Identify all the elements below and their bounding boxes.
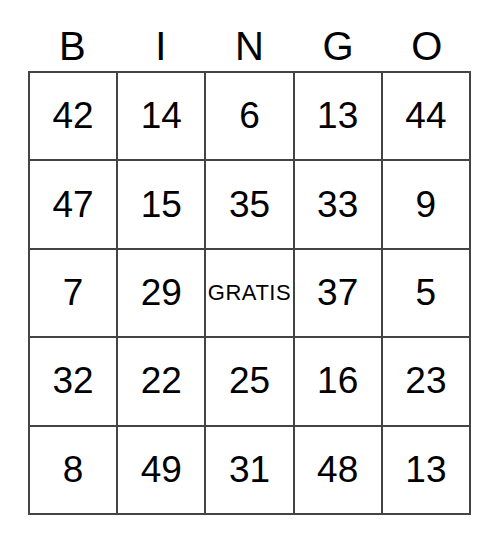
cell-r5-c2[interactable]: 49 (117, 426, 205, 514)
cell-r1-c1[interactable]: 42 (29, 72, 117, 160)
bingo-grid: 42 14 6 13 44 47 15 35 33 9 7 29 GRATIS … (28, 71, 471, 515)
bingo-header: B I N G O (28, 0, 471, 71)
cell-r5-c4[interactable]: 48 (294, 426, 382, 514)
cell-r2-c1[interactable]: 47 (29, 160, 117, 248)
header-letter-b: B (28, 26, 117, 71)
cell-r5-c5[interactable]: 13 (382, 426, 470, 514)
cell-r4-c5[interactable]: 23 (382, 337, 470, 425)
cell-r1-c2[interactable]: 14 (117, 72, 205, 160)
cell-r1-c5[interactable]: 44 (382, 72, 470, 160)
cell-r4-c3[interactable]: 25 (205, 337, 293, 425)
cell-r3-c1[interactable]: 7 (29, 249, 117, 337)
free-space-cell[interactable]: GRATIS (205, 249, 293, 337)
cell-r3-c2[interactable]: 29 (117, 249, 205, 337)
bingo-card: B I N G O 42 14 6 13 44 47 15 35 33 9 7 … (28, 0, 471, 515)
cell-r2-c4[interactable]: 33 (294, 160, 382, 248)
header-letter-i: I (117, 26, 206, 71)
cell-r4-c1[interactable]: 32 (29, 337, 117, 425)
cell-r4-c2[interactable]: 22 (117, 337, 205, 425)
header-letter-g: G (294, 26, 383, 71)
cell-r3-c5[interactable]: 5 (382, 249, 470, 337)
cell-r1-c4[interactable]: 13 (294, 72, 382, 160)
cell-r4-c4[interactable]: 16 (294, 337, 382, 425)
header-letter-o: O (382, 26, 471, 71)
cell-r5-c3[interactable]: 31 (205, 426, 293, 514)
cell-r2-c2[interactable]: 15 (117, 160, 205, 248)
cell-r2-c5[interactable]: 9 (382, 160, 470, 248)
cell-r5-c1[interactable]: 8 (29, 426, 117, 514)
cell-r1-c3[interactable]: 6 (205, 72, 293, 160)
cell-r2-c3[interactable]: 35 (205, 160, 293, 248)
cell-r3-c4[interactable]: 37 (294, 249, 382, 337)
header-letter-n: N (205, 26, 294, 71)
